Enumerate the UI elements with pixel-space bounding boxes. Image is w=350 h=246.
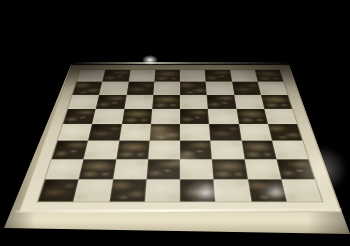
square-c6: [124, 95, 153, 109]
square-h1: [281, 179, 322, 201]
square-f5: [208, 109, 238, 124]
square-f4: [209, 124, 241, 141]
square-a5: [63, 109, 96, 124]
square-d2: [146, 159, 180, 179]
square-b5: [92, 109, 124, 124]
square-h3: [272, 141, 308, 159]
square-g8: [230, 70, 258, 82]
square-d3: [148, 141, 180, 159]
square-c8: [128, 70, 155, 82]
square-g5: [236, 109, 268, 124]
square-c7: [126, 82, 154, 95]
square-a3: [52, 141, 88, 159]
square-b2: [79, 159, 116, 179]
square-c4: [119, 124, 151, 141]
square-b1: [74, 179, 113, 201]
square-h4: [268, 124, 303, 141]
square-f2: [212, 159, 247, 179]
square-c5: [122, 109, 152, 124]
square-g2: [244, 159, 281, 179]
square-a7: [72, 82, 102, 95]
square-d7: [153, 82, 180, 95]
square-a6: [68, 95, 99, 109]
square-g1: [247, 179, 286, 201]
square-g3: [241, 141, 276, 159]
square-b6: [96, 95, 126, 109]
square-e4: [180, 124, 211, 141]
square-h7: [258, 82, 288, 95]
square-a8: [77, 70, 106, 82]
square-e6: [180, 95, 208, 109]
square-d5: [151, 109, 180, 124]
square-h6: [261, 95, 292, 109]
square-a1: [38, 179, 79, 201]
square-d1: [145, 179, 180, 201]
board-grid: [38, 70, 322, 202]
square-e1: [180, 179, 215, 201]
square-d4: [149, 124, 180, 141]
back-edge-highlight: [70, 62, 290, 64]
product-photo: [0, 0, 350, 246]
square-e8: [180, 70, 206, 82]
square-b4: [88, 124, 121, 141]
square-f3: [211, 141, 245, 159]
square-c1: [109, 179, 146, 201]
square-h2: [276, 159, 315, 179]
square-h5: [264, 109, 297, 124]
square-e3: [180, 141, 212, 159]
square-f6: [207, 95, 236, 109]
square-c2: [113, 159, 148, 179]
square-e2: [180, 159, 214, 179]
square-g7: [232, 82, 261, 95]
square-f1: [214, 179, 251, 201]
square-c3: [116, 141, 150, 159]
square-g6: [234, 95, 264, 109]
square-f8: [205, 70, 232, 82]
square-f7: [206, 82, 234, 95]
square-d6: [152, 95, 180, 109]
square-e5: [180, 109, 209, 124]
square-g4: [239, 124, 272, 141]
square-d8: [154, 70, 180, 82]
square-a2: [45, 159, 84, 179]
square-b8: [102, 70, 130, 82]
square-e7: [180, 82, 207, 95]
chessboard: [18, 65, 341, 213]
square-a4: [58, 124, 93, 141]
square-h8: [255, 70, 284, 82]
square-b3: [84, 141, 119, 159]
square-b7: [99, 82, 128, 95]
